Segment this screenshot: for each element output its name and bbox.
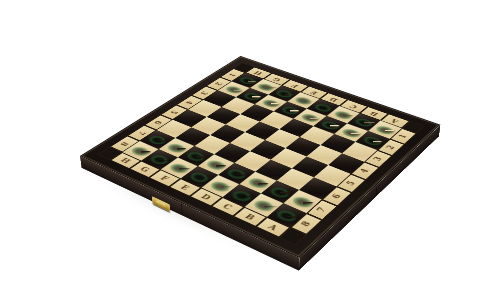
board-grid: HGFEDCBA1♜♞♝♚♛♝♞♜12♟♟♟♟♟♟♟♟2334455667♟♟♟… — [98, 63, 425, 245]
chess-board: HGFEDCBA1♜♞♝♚♛♝♞♜12♟♟♟♟♟♟♟♟2334455667♟♟♟… — [80, 56, 441, 258]
square-b4 — [307, 145, 342, 165]
product-photo-scene: HGFEDCBA1♜♞♝♚♛♝♞♜12♟♟♟♟♟♟♟♟2334455667♟♟♟… — [0, 0, 480, 296]
